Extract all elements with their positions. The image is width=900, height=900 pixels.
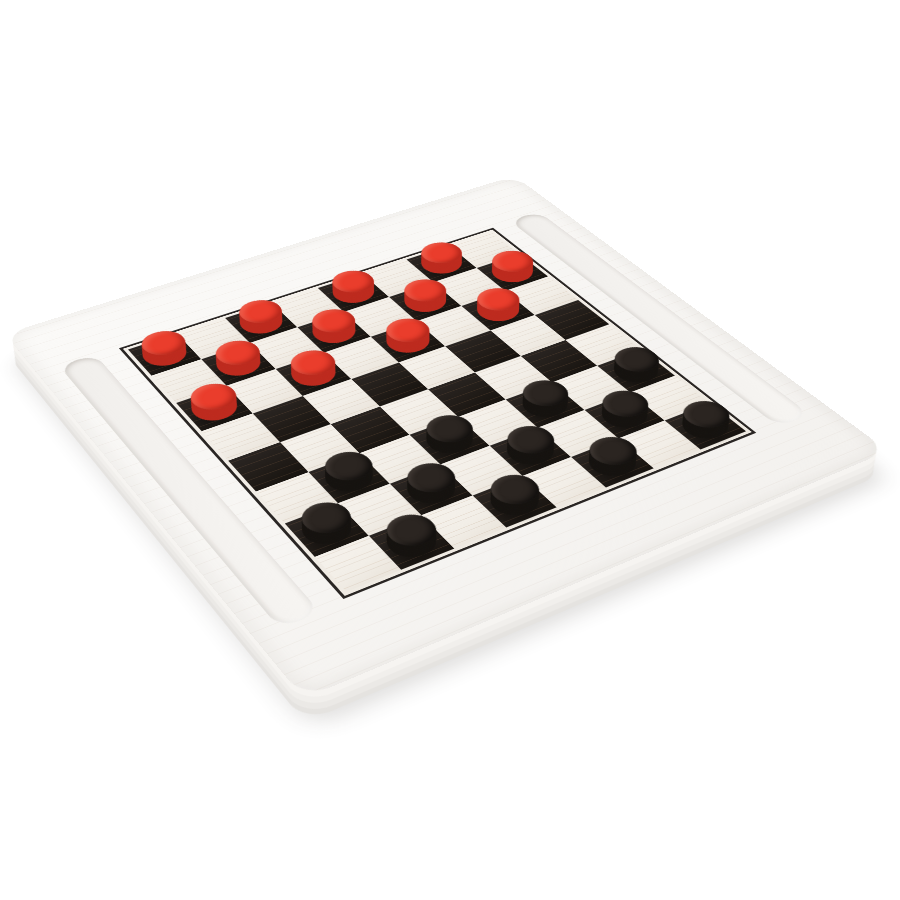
board-tray (5, 176, 888, 699)
black-piece[interactable] (378, 521, 445, 564)
red-piece[interactable] (414, 249, 469, 278)
red-piece[interactable] (397, 286, 454, 317)
product-photo-scene (0, 0, 900, 900)
red-piece[interactable] (484, 258, 540, 287)
black-piece[interactable] (482, 481, 548, 522)
red-piece[interactable] (325, 278, 381, 308)
black-piece[interactable] (418, 422, 481, 459)
black-piece[interactable] (514, 387, 576, 423)
board-wrap (5, 176, 888, 699)
red-piece[interactable] (379, 325, 437, 357)
black-piece[interactable] (498, 433, 562, 471)
